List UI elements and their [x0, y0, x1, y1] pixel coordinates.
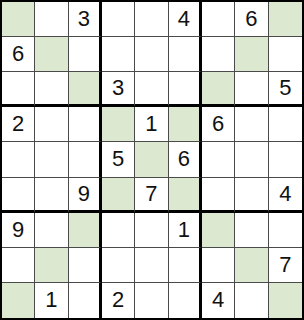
cell-r7c1[interactable]: 9	[2, 213, 35, 248]
cell-r5c2[interactable]	[35, 142, 68, 177]
cell-r9c5[interactable]	[135, 283, 168, 318]
cell-r5c8[interactable]	[235, 142, 268, 177]
cell-r5c5[interactable]	[135, 142, 168, 177]
cell-r6c7[interactable]	[202, 178, 235, 213]
cell-r8c6[interactable]	[169, 248, 202, 283]
cell-r9c6[interactable]	[169, 283, 202, 318]
cell-r8c1[interactable]	[2, 248, 35, 283]
cell-r4c4[interactable]	[102, 107, 135, 142]
cell-r8c3[interactable]	[69, 248, 102, 283]
cell-r8c4[interactable]	[102, 248, 135, 283]
cell-r3c6[interactable]	[169, 72, 202, 107]
cell-r6c4[interactable]	[102, 178, 135, 213]
cell-r3c1[interactable]	[2, 72, 35, 107]
cell-r3c4[interactable]: 3	[102, 72, 135, 107]
cell-r4c3[interactable]	[69, 107, 102, 142]
cell-r2c5[interactable]	[135, 37, 168, 72]
cell-r4c2[interactable]	[35, 107, 68, 142]
cell-r6c3[interactable]: 9	[69, 178, 102, 213]
cell-r1c1[interactable]	[2, 2, 35, 37]
cell-r1c3[interactable]: 3	[69, 2, 102, 37]
cell-r7c5[interactable]	[135, 213, 168, 248]
cell-r1c2[interactable]	[35, 2, 68, 37]
cell-r7c6[interactable]: 1	[169, 213, 202, 248]
cell-r2c2[interactable]	[35, 37, 68, 72]
cell-r1c7[interactable]	[202, 2, 235, 37]
cell-r3c2[interactable]	[35, 72, 68, 107]
cell-r9c9[interactable]	[269, 283, 302, 318]
cell-r1c5[interactable]	[135, 2, 168, 37]
cell-r4c5[interactable]: 1	[135, 107, 168, 142]
cell-r3c3[interactable]	[69, 72, 102, 107]
cell-r4c9[interactable]	[269, 107, 302, 142]
cell-r8c5[interactable]	[135, 248, 168, 283]
cell-r9c8[interactable]	[235, 283, 268, 318]
cell-r2c9[interactable]	[269, 37, 302, 72]
cell-r6c8[interactable]	[235, 178, 268, 213]
cell-r3c8[interactable]	[235, 72, 268, 107]
cell-r6c6[interactable]	[169, 178, 202, 213]
cell-r8c9[interactable]: 7	[269, 248, 302, 283]
cell-r2c7[interactable]	[202, 37, 235, 72]
cell-r9c2[interactable]: 1	[35, 283, 68, 318]
cell-r4c1[interactable]: 2	[2, 107, 35, 142]
cell-r2c4[interactable]	[102, 37, 135, 72]
cell-r4c8[interactable]	[235, 107, 268, 142]
cell-r6c2[interactable]	[35, 178, 68, 213]
cell-r7c9[interactable]	[269, 213, 302, 248]
cell-r1c6[interactable]: 4	[169, 2, 202, 37]
cell-r6c9[interactable]: 4	[269, 178, 302, 213]
cell-r6c5[interactable]: 7	[135, 178, 168, 213]
cell-r7c7[interactable]	[202, 213, 235, 248]
cell-r5c4[interactable]: 5	[102, 142, 135, 177]
cell-r8c8[interactable]	[235, 248, 268, 283]
cell-r5c3[interactable]	[69, 142, 102, 177]
cell-r5c9[interactable]	[269, 142, 302, 177]
cell-r2c3[interactable]	[69, 37, 102, 72]
cell-r7c2[interactable]	[35, 213, 68, 248]
cell-r2c6[interactable]	[169, 37, 202, 72]
cell-r7c3[interactable]	[69, 213, 102, 248]
cell-r5c1[interactable]	[2, 142, 35, 177]
cell-r2c1[interactable]: 6	[2, 37, 35, 72]
cell-r4c7[interactable]: 6	[202, 107, 235, 142]
sudoku-board: 34663521656974917124	[0, 0, 304, 320]
cell-r5c6[interactable]: 6	[169, 142, 202, 177]
cell-r9c7[interactable]: 4	[202, 283, 235, 318]
cell-r3c7[interactable]	[202, 72, 235, 107]
cell-r9c3[interactable]	[69, 283, 102, 318]
cell-r9c1[interactable]	[2, 283, 35, 318]
cell-r1c9[interactable]	[269, 2, 302, 37]
cell-r7c8[interactable]	[235, 213, 268, 248]
cell-r3c5[interactable]	[135, 72, 168, 107]
cell-r8c7[interactable]	[202, 248, 235, 283]
cell-r8c2[interactable]	[35, 248, 68, 283]
cell-r3c9[interactable]: 5	[269, 72, 302, 107]
cell-r1c4[interactable]	[102, 2, 135, 37]
cell-r1c8[interactable]: 6	[235, 2, 268, 37]
cell-r2c8[interactable]	[235, 37, 268, 72]
cell-r9c4[interactable]: 2	[102, 283, 135, 318]
cell-r5c7[interactable]	[202, 142, 235, 177]
cell-r4c6[interactable]	[169, 107, 202, 142]
cell-r7c4[interactable]	[102, 213, 135, 248]
cell-r6c1[interactable]	[2, 178, 35, 213]
